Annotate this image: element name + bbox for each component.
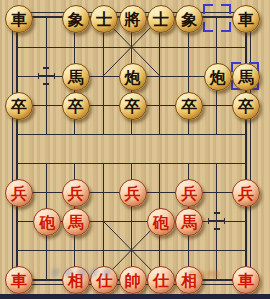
piece-black-advisor[interactable]: 士 bbox=[90, 5, 118, 33]
piece-red-chariot[interactable]: 車 bbox=[232, 266, 260, 294]
piece-black-general[interactable]: 將 bbox=[119, 5, 147, 33]
piece-glyph: 馬 bbox=[68, 215, 84, 231]
piece-glyph: 炮 bbox=[125, 70, 141, 86]
piece-black-horse[interactable]: 馬 bbox=[232, 63, 260, 91]
piece-black-soldier[interactable]: 卒 bbox=[62, 92, 90, 120]
piece-glyph: 馬 bbox=[238, 70, 254, 86]
piece-glyph: 將 bbox=[125, 12, 141, 28]
piece-glyph: 相 bbox=[68, 273, 84, 289]
piece-glyph: 兵 bbox=[181, 186, 197, 202]
piece-red-general[interactable]: 帥 bbox=[119, 266, 147, 294]
piece-glyph: 士 bbox=[153, 12, 169, 28]
piece-glyph: 車 bbox=[238, 12, 254, 28]
piece-red-advisor[interactable]: 仕 bbox=[90, 266, 118, 294]
piece-black-cannon[interactable]: 炮 bbox=[119, 63, 147, 91]
piece-glyph: 兵 bbox=[238, 186, 254, 202]
piece-red-elephant[interactable]: 相 bbox=[62, 266, 90, 294]
piece-glyph: 卒 bbox=[181, 99, 197, 115]
piece-glyph: 卒 bbox=[238, 99, 254, 115]
piece-glyph: 砲 bbox=[39, 215, 55, 231]
xiangqi-board: 車象士將士象車馬炮炮馬卒卒卒卒卒兵兵兵兵兵砲馬砲馬車相仕帥仕相車 ##### c… bbox=[0, 0, 270, 299]
piece-black-chariot[interactable]: 車 bbox=[232, 5, 260, 33]
piece-red-soldier[interactable]: 兵 bbox=[62, 179, 90, 207]
piece-glyph: 仕 bbox=[153, 273, 169, 289]
bottom-edge-strip bbox=[0, 294, 270, 299]
piece-black-elephant[interactable]: 象 bbox=[62, 5, 90, 33]
piece-glyph: 兵 bbox=[125, 186, 141, 202]
piece-glyph: 兵 bbox=[11, 186, 27, 202]
piece-black-cannon[interactable]: 炮 bbox=[204, 63, 232, 91]
piece-glyph: 馬 bbox=[181, 215, 197, 231]
piece-red-soldier[interactable]: 兵 bbox=[119, 179, 147, 207]
piece-glyph: 卒 bbox=[11, 99, 27, 115]
piece-red-chariot[interactable]: 車 bbox=[5, 266, 33, 294]
piece-red-advisor[interactable]: 仕 bbox=[147, 266, 175, 294]
piece-glyph: 卒 bbox=[125, 99, 141, 115]
piece-glyph: 士 bbox=[96, 12, 112, 28]
piece-red-horse[interactable]: 馬 bbox=[62, 208, 90, 236]
piece-red-soldier[interactable]: 兵 bbox=[5, 179, 33, 207]
piece-red-cannon[interactable]: 砲 bbox=[147, 208, 175, 236]
piece-glyph: 砲 bbox=[153, 215, 169, 231]
piece-black-horse[interactable]: 馬 bbox=[62, 63, 90, 91]
piece-glyph: 車 bbox=[238, 273, 254, 289]
piece-glyph: 卒 bbox=[68, 99, 84, 115]
piece-glyph: 相 bbox=[181, 273, 197, 289]
piece-glyph: 仕 bbox=[96, 273, 112, 289]
piece-red-soldier[interactable]: 兵 bbox=[232, 179, 260, 207]
board-grid-lines bbox=[0, 0, 270, 299]
piece-black-soldier[interactable]: 卒 bbox=[232, 92, 260, 120]
piece-glyph: 馬 bbox=[68, 70, 84, 86]
piece-glyph: 兵 bbox=[68, 186, 84, 202]
piece-black-soldier[interactable]: 卒 bbox=[5, 92, 33, 120]
piece-glyph: 車 bbox=[11, 12, 27, 28]
piece-glyph: 象 bbox=[68, 12, 84, 28]
piece-glyph: 炮 bbox=[210, 70, 226, 86]
piece-glyph: 車 bbox=[11, 273, 27, 289]
piece-black-chariot[interactable]: 車 bbox=[5, 5, 33, 33]
piece-glyph: 帥 bbox=[125, 273, 141, 289]
piece-black-soldier[interactable]: 卒 bbox=[119, 92, 147, 120]
piece-glyph: 象 bbox=[181, 12, 197, 28]
piece-black-advisor[interactable]: 士 bbox=[147, 5, 175, 33]
